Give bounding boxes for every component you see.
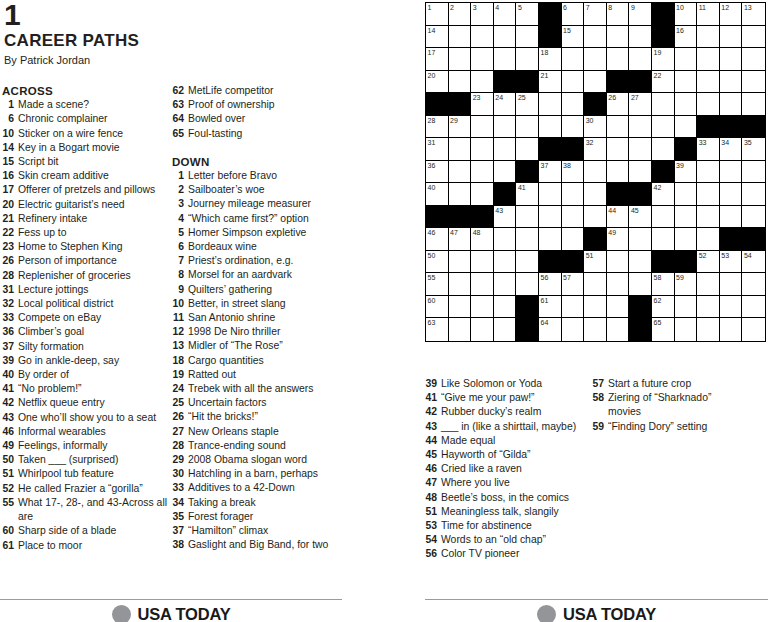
grid-cell-r8c7[interactable]: 38 <box>562 161 585 184</box>
grid-cell-r15c1[interactable]: 63 <box>426 318 449 341</box>
grid-cell-r4c14[interactable] <box>720 71 743 94</box>
grid-cell-r7c8[interactable]: 32 <box>584 138 607 161</box>
grid-cell-r2c12[interactable]: 16 <box>675 26 698 49</box>
grid-cell-r14c6[interactable]: 61 <box>539 296 562 319</box>
cell-number: 15 <box>563 26 571 35</box>
clue-number: 2 <box>172 183 188 197</box>
grid-cell-r5c5[interactable]: 25 <box>516 93 539 116</box>
grid-cell-r14c11[interactable]: 62 <box>652 296 675 319</box>
clue-across-55: 55What 17-, 28-, and 43-Across all are <box>2 496 174 524</box>
cell-number: 24 <box>495 93 503 102</box>
clue-across-10: 10Sticker on a wire fence <box>2 127 174 141</box>
grid-cell-r10c7[interactable] <box>562 206 585 229</box>
grid-cell-r1c9[interactable]: 8 <box>607 3 630 26</box>
grid-cell-r2c3[interactable] <box>471 26 494 49</box>
clue-number: 33 <box>2 311 18 325</box>
grid-cell-r12c8[interactable]: 51 <box>584 251 607 274</box>
clue-text: Cried like a raven <box>441 462 605 476</box>
clue-text: Color TV pioneer <box>441 547 605 561</box>
grid-cell-r14c4[interactable] <box>494 296 517 319</box>
grid-cell-r4c3[interactable] <box>471 71 494 94</box>
clue-across-51: 51Whirlpool tub feature <box>2 467 174 481</box>
clue-across-1: 1Made a scene? <box>2 98 174 112</box>
clue-text: Informal wearables <box>18 425 174 439</box>
grid-cell-r3c11[interactable]: 19 <box>652 48 675 71</box>
grid-cell-r1c3[interactable]: 3 <box>471 3 494 26</box>
clue-text: Compete on eBay <box>18 311 174 325</box>
clue-number: 51 <box>2 467 18 481</box>
grid-cell-r1c10[interactable]: 9 <box>629 3 652 26</box>
grid-cell-r13c12[interactable]: 59 <box>675 273 698 296</box>
clue-number: 27 <box>172 425 188 439</box>
cell-number: 19 <box>654 48 662 57</box>
grid-cell-r11c2[interactable]: 47 <box>449 228 472 251</box>
grid-cell-r13c8[interactable] <box>584 273 607 296</box>
grid-cell-r3c7[interactable] <box>562 48 585 71</box>
grid-cell-r13c14[interactable] <box>720 273 743 296</box>
grid-cell-r15c7[interactable] <box>562 318 585 341</box>
grid-cell-r12c5[interactable] <box>516 251 539 274</box>
cell-number: 35 <box>744 138 752 147</box>
grid-cell-r1c5[interactable]: 5 <box>516 3 539 26</box>
cell-number: 53 <box>721 251 729 260</box>
grid-cell-r14c12[interactable] <box>675 296 698 319</box>
grid-cell-r15c2[interactable] <box>449 318 472 341</box>
grid-cell-r14c7[interactable] <box>562 296 585 319</box>
grid-cell-r4c13[interactable] <box>697 71 720 94</box>
grid-cell-r11c3[interactable]: 48 <box>471 228 494 251</box>
grid-cell-r13c15[interactable] <box>742 273 765 296</box>
grid-cell-r15c4[interactable] <box>494 318 517 341</box>
clue-number: 63 <box>172 98 188 112</box>
grid-cell-r1c7[interactable]: 6 <box>562 3 585 26</box>
grid-cell-r7c9[interactable] <box>607 138 630 161</box>
grid-cell-r12c9[interactable] <box>607 251 630 274</box>
grid-cell-r15c12[interactable] <box>675 318 698 341</box>
grid-cell-r2c2[interactable] <box>449 26 472 49</box>
grid-cell-r9c11[interactable]: 42 <box>652 183 675 206</box>
grid-cell-r7c15[interactable]: 35 <box>742 138 765 161</box>
grid-cell-r10c4[interactable]: 43 <box>494 206 517 229</box>
grid-cell-r13c6[interactable]: 56 <box>539 273 562 296</box>
clue-down-43: 43___ in (like a shirttail, maybe) <box>425 420 605 434</box>
grid-cell-r7c14[interactable]: 34 <box>720 138 743 161</box>
grid-cell-r8c12[interactable]: 39 <box>675 161 698 184</box>
grid-cell-r11c7[interactable] <box>562 228 585 251</box>
crossword-page: 1 CAREER PATHS By Patrick Jordan ACROSS … <box>0 0 768 622</box>
grid-cell-r14c1[interactable]: 60 <box>426 296 449 319</box>
clue-down-35: 35Forest forager <box>172 510 350 524</box>
grid-cell-r11c11[interactable] <box>652 228 675 251</box>
clue-across-65: 65Foul-tasting <box>172 127 350 141</box>
cell-number: 26 <box>608 93 616 102</box>
grid-cell-r8c8[interactable] <box>584 161 607 184</box>
grid-cell-r9c8[interactable] <box>584 183 607 206</box>
grid-cell-r10c13[interactable] <box>697 206 720 229</box>
cell-number: 36 <box>428 161 436 170</box>
clue-text: Beetle’s boss, in the comics <box>441 491 605 505</box>
grid-cell-r6c10[interactable] <box>629 116 652 139</box>
across-clue-list: 1Made a scene?6Chronic complainer10Stick… <box>2 98 174 553</box>
clue-number: 26 <box>172 410 188 424</box>
grid-cell-r5c7[interactable] <box>562 93 585 116</box>
grid-cell-r3c15[interactable] <box>742 48 765 71</box>
grid-cell-r7c13[interactable]: 33 <box>697 138 720 161</box>
clue-down-27: 27New Orleans staple <box>172 425 350 439</box>
grid-cell-r14c3[interactable] <box>471 296 494 319</box>
grid-cell-r13c10[interactable] <box>629 273 652 296</box>
grid-cell-r5c9[interactable]: 26 <box>607 93 630 116</box>
grid-cell-r10c10[interactable]: 45 <box>629 206 652 229</box>
grid-cell-r3c10[interactable] <box>629 48 652 71</box>
grid-cell-r5c11[interactable] <box>652 93 675 116</box>
grid-cell-r2c1[interactable]: 14 <box>426 26 449 49</box>
clue-number: 9 <box>172 283 188 297</box>
grid-cell-r4c7[interactable] <box>562 71 585 94</box>
puzzle-number: 1 <box>4 2 139 28</box>
grid-cell-r2c7[interactable]: 15 <box>562 26 585 49</box>
clue-number: 37 <box>2 340 18 354</box>
clue-text: MetLife competitor <box>188 84 350 98</box>
grid-cell-r2c8[interactable] <box>584 26 607 49</box>
cell-number: 40 <box>428 183 436 192</box>
clue-down-41: 41“Give me your paw!” <box>425 391 605 405</box>
footer-right: USA TODAY <box>425 599 768 622</box>
clue-down-13: 13Midler of “The Rose” <box>172 339 350 353</box>
grid-cell-r10c8[interactable] <box>584 206 607 229</box>
grid-cell-r4c15[interactable] <box>742 71 765 94</box>
black-cell-r5c1 <box>426 93 449 116</box>
cell-number: 63 <box>428 318 436 327</box>
black-cell-r1c6 <box>539 3 562 26</box>
grid-cell-r10c6[interactable] <box>539 206 562 229</box>
crossword-grid: 1234567891011121314151617181920212223242… <box>425 2 766 342</box>
grid-cell-r9c6[interactable] <box>539 183 562 206</box>
grid-cell-r7c3[interactable] <box>471 138 494 161</box>
clue-across-63: 63Proof of ownership <box>172 98 350 112</box>
clue-text: Forest forager <box>188 510 350 524</box>
clue-number: 37 <box>172 524 188 538</box>
cell-number: 6 <box>563 3 567 12</box>
grid-cell-r8c15[interactable] <box>742 161 765 184</box>
grid-cell-r1c8[interactable]: 7 <box>584 3 607 26</box>
grid-cell-r1c2[interactable]: 2 <box>449 3 472 26</box>
cell-number: 60 <box>428 296 436 305</box>
grid-cell-r13c2[interactable] <box>449 273 472 296</box>
clue-text: Bowled over <box>188 112 350 126</box>
black-cell-r12c11 <box>652 251 675 274</box>
clue-text: Additives to a 42-Down <box>188 481 350 495</box>
grid-cell-r9c12[interactable] <box>675 183 698 206</box>
clue-text: Key in a Bogart movie <box>18 141 174 155</box>
grid-cell-r6c5[interactable] <box>516 116 539 139</box>
clue-number: 42 <box>2 396 18 410</box>
black-cell-r1c11 <box>652 3 675 26</box>
grid-cell-r14c2[interactable] <box>449 296 472 319</box>
grid-cell-r9c15[interactable] <box>742 183 765 206</box>
down-heading: DOWN <box>172 155 350 169</box>
grid-cell-r1c12[interactable]: 10 <box>675 3 698 26</box>
grid-cell-r8c4[interactable] <box>494 161 517 184</box>
grid-cell-r9c5[interactable]: 41 <box>516 183 539 206</box>
grid-cell-r13c4[interactable] <box>494 273 517 296</box>
grid-cell-r11c1[interactable]: 46 <box>426 228 449 251</box>
grid-cell-r13c13[interactable] <box>697 273 720 296</box>
grid-cell-r8c1[interactable]: 36 <box>426 161 449 184</box>
grid-cell-r10c12[interactable] <box>675 206 698 229</box>
grid-cell-r7c11[interactable] <box>652 138 675 161</box>
clue-down-25: 25Uncertain factors <box>172 396 350 410</box>
grid-cell-r12c15[interactable]: 54 <box>742 251 765 274</box>
grid-cell-r5c12[interactable] <box>675 93 698 116</box>
grid-cell-r8c10[interactable] <box>629 161 652 184</box>
grid-cell-r5c13[interactable] <box>697 93 720 116</box>
clue-text: Script bit <box>18 155 174 169</box>
grid-cell-r3c8[interactable] <box>584 48 607 71</box>
grid-cell-r12c10[interactable] <box>629 251 652 274</box>
grid-cell-r8c2[interactable] <box>449 161 472 184</box>
clue-down-44: 44Made equal <box>425 434 605 448</box>
grid-cell-r2c4[interactable] <box>494 26 517 49</box>
black-cell-r11c15 <box>742 228 765 251</box>
grid-cell-r15c15[interactable] <box>742 318 765 341</box>
grid-cell-r4c6[interactable]: 21 <box>539 71 562 94</box>
grid-cell-r11c6[interactable] <box>539 228 562 251</box>
grid-cell-r10c15[interactable] <box>742 206 765 229</box>
grid-cell-r3c6[interactable]: 18 <box>539 48 562 71</box>
grid-cell-r12c14[interactable]: 53 <box>720 251 743 274</box>
grid-cell-r6c9[interactable] <box>607 116 630 139</box>
grid-cell-r10c9[interactable]: 44 <box>607 206 630 229</box>
grid-cell-r15c11[interactable]: 65 <box>652 318 675 341</box>
clue-text: Start a future crop <box>608 377 728 391</box>
grid-cell-r1c4[interactable]: 4 <box>494 3 517 26</box>
grid-cell-r3c12[interactable] <box>675 48 698 71</box>
grid-cell-r7c10[interactable] <box>629 138 652 161</box>
clue-number: 47 <box>425 476 441 490</box>
clue-number: 38 <box>172 538 188 552</box>
grid-cell-r8c9[interactable] <box>607 161 630 184</box>
grid-cell-r13c1[interactable]: 55 <box>426 273 449 296</box>
cell-number: 39 <box>676 161 684 170</box>
grid-cell-r5c3[interactable]: 23 <box>471 93 494 116</box>
grid-cell-r1c13[interactable]: 11 <box>697 3 720 26</box>
clue-text: Ratted out <box>188 368 350 382</box>
clue-across-39: 39Go in ankle-deep, say <box>2 354 174 368</box>
grid-cell-r2c13[interactable] <box>697 26 720 49</box>
clue-text: “No problem!” <box>18 382 174 396</box>
black-cell-r7c7 <box>562 138 585 161</box>
clue-text: “Finding Dory” setting <box>608 420 728 434</box>
clue-number: 29 <box>172 453 188 467</box>
grid-cell-r3c3[interactable] <box>471 48 494 71</box>
grid-cell-r12c1[interactable]: 50 <box>426 251 449 274</box>
black-cell-r5c2 <box>449 93 472 116</box>
grid-cell-r13c7[interactable]: 57 <box>562 273 585 296</box>
grid-cell-r3c13[interactable] <box>697 48 720 71</box>
grid-cell-r4c11[interactable]: 22 <box>652 71 675 94</box>
grid-cell-r12c3[interactable] <box>471 251 494 274</box>
grid-cell-r5c15[interactable] <box>742 93 765 116</box>
grid-cell-r7c1[interactable]: 31 <box>426 138 449 161</box>
clue-down-19: 19Ratted out <box>172 368 350 382</box>
grid-cell-r10c5[interactable] <box>516 206 539 229</box>
grid-cell-r15c3[interactable] <box>471 318 494 341</box>
clue-number: 43 <box>425 420 441 434</box>
cell-number: 29 <box>450 116 458 125</box>
clue-number: 53 <box>425 519 441 533</box>
clue-text: Time for abstinence <box>441 519 605 533</box>
cell-number: 31 <box>428 138 436 147</box>
clue-down-2: 2Sailboater’s woe <box>172 183 350 197</box>
grid-cell-r9c13[interactable] <box>697 183 720 206</box>
grid-cell-r2c5[interactable] <box>516 26 539 49</box>
grid-cell-r6c12[interactable] <box>675 116 698 139</box>
grid-cell-r13c9[interactable] <box>607 273 630 296</box>
clue-down-57: 57Start a future crop <box>592 377 768 391</box>
grid-cell-r15c9[interactable] <box>607 318 630 341</box>
grid-cell-r6c11[interactable] <box>652 116 675 139</box>
grid-cell-r9c14[interactable] <box>720 183 743 206</box>
middle-clue-column: 62MetLife competitor63Proof of ownership… <box>172 84 350 553</box>
grid-cell-r14c9[interactable] <box>607 296 630 319</box>
clue-down-1: 1Letter before Bravo <box>172 169 350 183</box>
clue-number: 33 <box>172 481 188 495</box>
clue-down-37: 37“Hamilton” climax <box>172 524 350 538</box>
grid-cell-r8c13[interactable] <box>697 161 720 184</box>
grid-cell-r6c2[interactable]: 29 <box>449 116 472 139</box>
cell-number: 12 <box>721 3 729 12</box>
clue-across-37: 37Silty formation <box>2 340 174 354</box>
clue-text: Local political district <box>18 297 174 311</box>
grid-cell-r11c12[interactable] <box>675 228 698 251</box>
cell-number: 42 <box>654 183 662 192</box>
grid-cell-r6c1[interactable]: 28 <box>426 116 449 139</box>
grid-cell-r9c1[interactable]: 40 <box>426 183 449 206</box>
grid-cell-r2c9[interactable] <box>607 26 630 49</box>
clue-down-24: 24Trebek with all the answers <box>172 382 350 396</box>
clue-across-26: 26Person of importance <box>2 254 174 268</box>
grid-cell-r4c1[interactable]: 20 <box>426 71 449 94</box>
grid-cell-r11c10[interactable] <box>629 228 652 251</box>
grid-cell-r11c5[interactable] <box>516 228 539 251</box>
clue-down-4: 4“Which came first?” option <box>172 212 350 226</box>
grid-cell-r15c13[interactable] <box>697 318 720 341</box>
clue-text: Taking a break <box>188 496 350 510</box>
clue-number: 22 <box>2 226 18 240</box>
grid-cell-r9c7[interactable] <box>562 183 585 206</box>
clue-down-58: 58Ziering of “Sharknado” movies <box>592 391 768 419</box>
grid-cell-r2c15[interactable] <box>742 26 765 49</box>
clue-text: Refinery intake <box>18 212 174 226</box>
grid-cell-r13c5[interactable] <box>516 273 539 296</box>
grid-cell-r15c6[interactable]: 64 <box>539 318 562 341</box>
clue-text: New Orleans staple <box>188 425 350 439</box>
grid-cell-r6c4[interactable] <box>494 116 517 139</box>
grid-cell-r15c8[interactable] <box>584 318 607 341</box>
clue-text: Journey mileage measurer <box>188 197 350 211</box>
usa-today-logo-text: USA TODAY <box>138 605 231 622</box>
grid-cell-r9c2[interactable] <box>449 183 472 206</box>
grid-cell-r5c14[interactable] <box>720 93 743 116</box>
grid-cell-r11c13[interactable] <box>697 228 720 251</box>
grid-cell-r7c4[interactable] <box>494 138 517 161</box>
clue-down-5: 5Homer Simpson expletive <box>172 226 350 240</box>
grid-cell-r4c8[interactable] <box>584 71 607 94</box>
clue-down-47: 47Where you live <box>425 476 605 490</box>
grid-cell-r8c14[interactable] <box>720 161 743 184</box>
clue-across-41: 41“No problem!” <box>2 382 174 396</box>
grid-cell-r3c14[interactable] <box>720 48 743 71</box>
grid-cell-r1c14[interactable]: 12 <box>720 3 743 26</box>
grid-cell-r12c2[interactable] <box>449 251 472 274</box>
clue-number: 26 <box>2 254 18 268</box>
clue-across-6: 6Chronic complainer <box>2 112 174 126</box>
grid-cell-r5c10[interactable]: 27 <box>629 93 652 116</box>
grid-cell-r12c13[interactable]: 52 <box>697 251 720 274</box>
grid-cell-r2c10[interactable] <box>629 26 652 49</box>
grid-cell-r10c14[interactable] <box>720 206 743 229</box>
grid-cell-r9c3[interactable] <box>471 183 494 206</box>
grid-cell-r10c11[interactable] <box>652 206 675 229</box>
grid-cell-r7c5[interactable] <box>516 138 539 161</box>
clue-down-30: 30Hatchling in a barn, perhaps <box>172 467 350 481</box>
clue-down-28: 28Trance-ending sound <box>172 439 350 453</box>
grid-cell-r11c9[interactable]: 49 <box>607 228 630 251</box>
grid-cell-r14c8[interactable] <box>584 296 607 319</box>
grid-cell-r5c4[interactable]: 24 <box>494 93 517 116</box>
grid-cell-r1c1[interactable]: 1 <box>426 3 449 26</box>
grid-cell-r13c11[interactable]: 58 <box>652 273 675 296</box>
grid-cell-r3c5[interactable] <box>516 48 539 71</box>
grid-cell-r2c14[interactable] <box>720 26 743 49</box>
clue-text: Electric guitarist’s need <box>18 198 174 212</box>
grid-cell-r14c13[interactable] <box>697 296 720 319</box>
black-cell-r15c5 <box>516 318 539 341</box>
grid-cell-r4c12[interactable] <box>675 71 698 94</box>
clue-number: 3 <box>172 197 188 211</box>
grid-cell-r14c14[interactable] <box>720 296 743 319</box>
grid-cell-r6c6[interactable] <box>539 116 562 139</box>
grid-cell-r5c6[interactable] <box>539 93 562 116</box>
grid-cell-r3c4[interactable] <box>494 48 517 71</box>
grid-cell-r7c2[interactable] <box>449 138 472 161</box>
grid-cell-r3c1[interactable]: 17 <box>426 48 449 71</box>
grid-cell-r1c15[interactable]: 13 <box>742 3 765 26</box>
clue-number: 6 <box>172 240 188 254</box>
clue-across-22: 22Fess up to <box>2 226 174 240</box>
grid-cell-r6c7[interactable] <box>562 116 585 139</box>
black-cell-r5c8 <box>584 93 607 116</box>
grid-cell-r8c6[interactable]: 37 <box>539 161 562 184</box>
grid-cell-r6c3[interactable] <box>471 116 494 139</box>
clue-text: Like Solomon or Yoda <box>441 377 605 391</box>
grid-cell-r13c3[interactable] <box>471 273 494 296</box>
cell-number: 41 <box>518 183 526 192</box>
clue-across-32: 32Local political district <box>2 297 174 311</box>
grid-cell-r8c3[interactable] <box>471 161 494 184</box>
cell-number: 23 <box>473 93 481 102</box>
grid-cell-r14c15[interactable] <box>742 296 765 319</box>
grid-cell-r6c8[interactable]: 30 <box>584 116 607 139</box>
clue-text: Proof of ownership <box>188 98 350 112</box>
grid-cell-r3c2[interactable] <box>449 48 472 71</box>
grid-cell-r12c4[interactable] <box>494 251 517 274</box>
grid-cell-r11c4[interactable] <box>494 228 517 251</box>
grid-cell-r3c9[interactable] <box>607 48 630 71</box>
grid-cell-r4c2[interactable] <box>449 71 472 94</box>
grid-cell-r15c14[interactable] <box>720 318 743 341</box>
